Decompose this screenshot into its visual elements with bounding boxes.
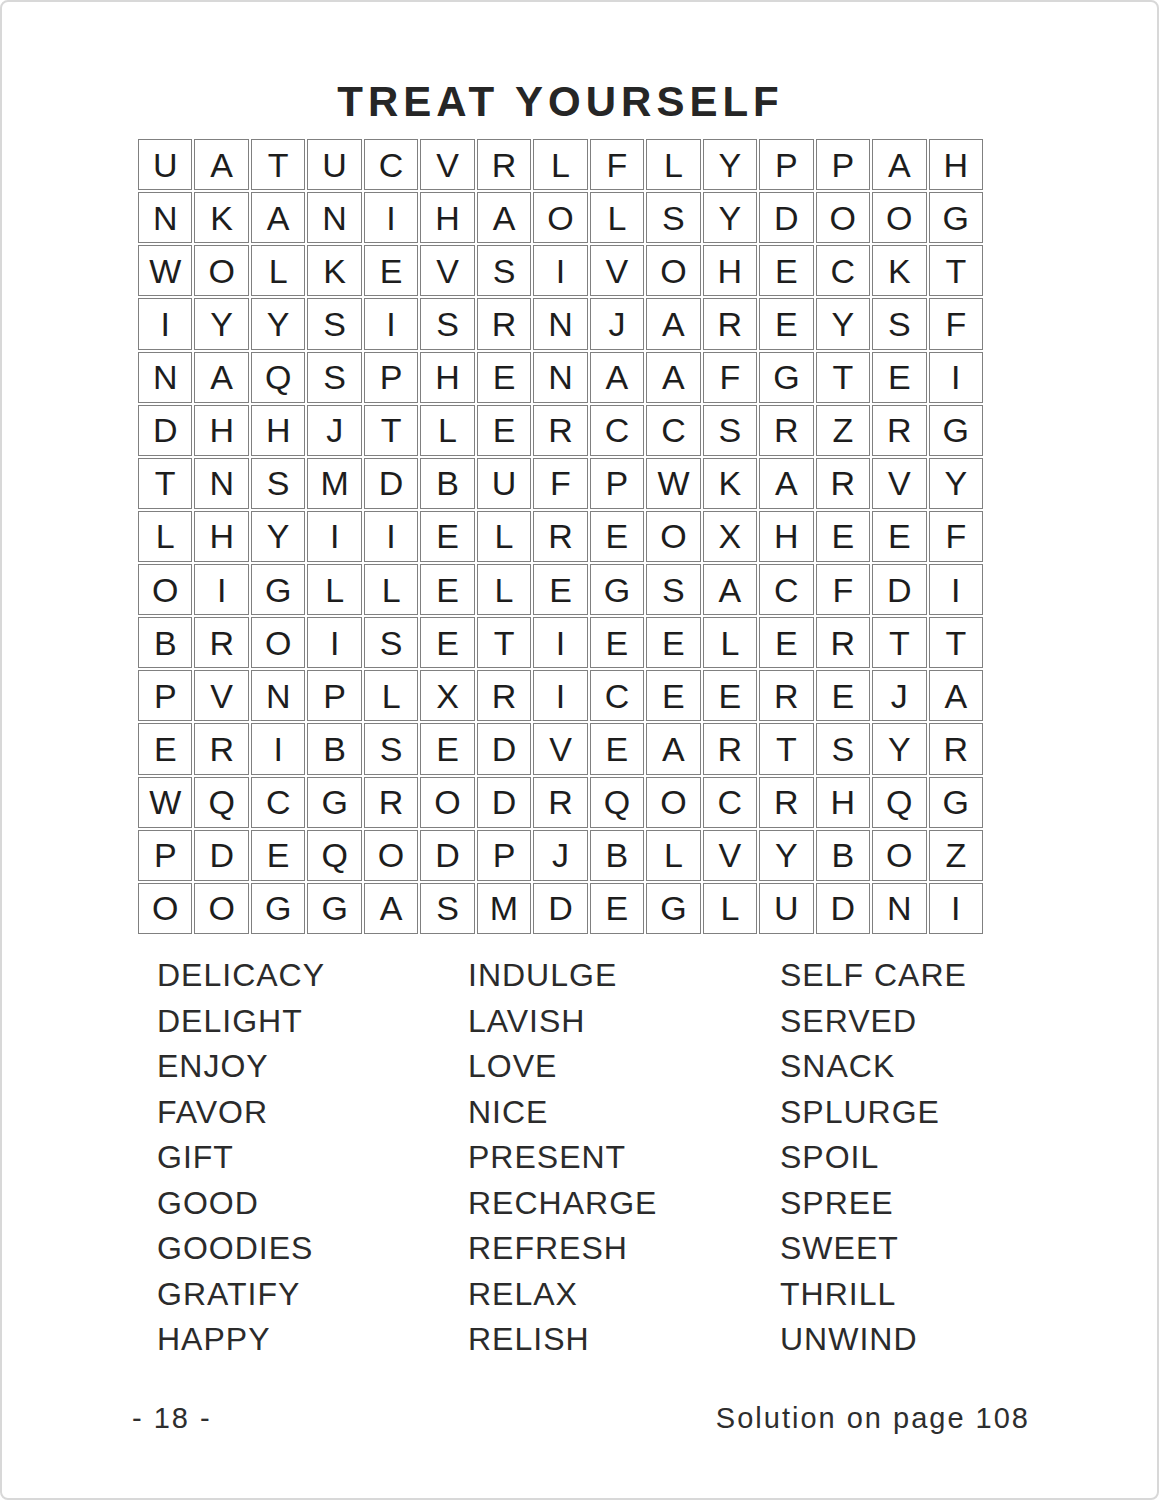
grid-cell-r2c5[interactable]: I <box>364 192 418 243</box>
grid-cell-r11c10[interactable]: E <box>646 670 700 721</box>
grid-cell-r3c9[interactable]: V <box>590 245 644 296</box>
grid-cell-r5c8[interactable]: N <box>533 352 587 403</box>
grid-cell-r6c14[interactable]: R <box>872 405 926 456</box>
grid-cell-r7c2[interactable]: N <box>194 458 248 509</box>
grid-cell-r9c13[interactable]: F <box>816 564 870 615</box>
grid-cell-r5c3[interactable]: Q <box>251 352 305 403</box>
grid-cell-r8c6[interactable]: E <box>420 511 474 562</box>
grid-cell-r13c13[interactable]: H <box>816 777 870 828</box>
word-item: DELICACY <box>157 953 325 999</box>
word-list-column-1: DELICACYDELIGHTENJOYFAVORGIFTGOODGOODIES… <box>157 953 325 1363</box>
grid-cell-r9c12[interactable]: C <box>759 564 813 615</box>
grid-cell-r10c8[interactable]: I <box>533 617 587 668</box>
grid-cell-r14c5[interactable]: O <box>364 830 418 881</box>
grid-cell-r1c10[interactable]: L <box>646 139 700 190</box>
grid-cell-r8c9[interactable]: E <box>590 511 644 562</box>
grid-cell-r4c8[interactable]: N <box>533 298 587 349</box>
grid-cell-r7c9[interactable]: P <box>590 458 644 509</box>
word-list-column-3: SELF CARESERVEDSNACKSPLURGESPOILSPREESWE… <box>780 953 967 1363</box>
grid-cell-r12c15[interactable]: R <box>929 723 983 774</box>
grid-cell-r14c2[interactable]: D <box>194 830 248 881</box>
grid-cell-r12c5[interactable]: S <box>364 723 418 774</box>
grid-cell-r4c12[interactable]: E <box>759 298 813 349</box>
grid-cell-r2c15[interactable]: G <box>929 192 983 243</box>
grid-cell-r12c1[interactable]: E <box>138 723 192 774</box>
grid-cell-r9c9[interactable]: G <box>590 564 644 615</box>
grid-cell-r1c13[interactable]: P <box>816 139 870 190</box>
grid-cell-r4c9[interactable]: J <box>590 298 644 349</box>
grid-cell-r7c6[interactable]: B <box>420 458 474 509</box>
grid-cell-r10c10[interactable]: E <box>646 617 700 668</box>
grid-cell-r2c1[interactable]: N <box>138 192 192 243</box>
grid-cell-r5c11[interactable]: F <box>703 352 757 403</box>
grid-cell-r4c15[interactable]: F <box>929 298 983 349</box>
grid-cell-r1c15[interactable]: H <box>929 139 983 190</box>
grid-cell-r5c4[interactable]: S <box>307 352 361 403</box>
word-item: LAVISH <box>468 999 657 1045</box>
solution-note: Solution on page 108 <box>716 1402 1030 1435</box>
grid-cell-r6c5[interactable]: T <box>364 405 418 456</box>
grid-cell-r12c3[interactable]: I <box>251 723 305 774</box>
grid-cell-r4c11[interactable]: R <box>703 298 757 349</box>
grid-cell-r7c11[interactable]: K <box>703 458 757 509</box>
grid-cell-r10c5[interactable]: S <box>364 617 418 668</box>
grid-cell-r14c6[interactable]: D <box>420 830 474 881</box>
word-item: SNACK <box>780 1044 967 1090</box>
grid-cell-r3c4[interactable]: K <box>307 245 361 296</box>
grid-cell-r11c4[interactable]: P <box>307 670 361 721</box>
grid-cell-r11c7[interactable]: R <box>477 670 531 721</box>
grid-cell-r1c11[interactable]: Y <box>703 139 757 190</box>
word-item: SERVED <box>780 999 967 1045</box>
grid-cell-r7c1[interactable]: T <box>138 458 192 509</box>
word-item: NICE <box>468 1090 657 1136</box>
grid-cell-r8c8[interactable]: R <box>533 511 587 562</box>
grid-cell-r2c6[interactable]: H <box>420 192 474 243</box>
grid-cell-r4c7[interactable]: R <box>477 298 531 349</box>
grid-cell-r13c10[interactable]: O <box>646 777 700 828</box>
grid-cell-r8c13[interactable]: E <box>816 511 870 562</box>
word-item: GOOD <box>157 1181 325 1227</box>
grid-cell-r14c11[interactable]: V <box>703 830 757 881</box>
grid-cell-r9c2[interactable]: I <box>194 564 248 615</box>
grid-cell-r1c14[interactable]: A <box>872 139 926 190</box>
grid-cell-r9c1[interactable]: O <box>138 564 192 615</box>
grid-cell-r15c10[interactable]: G <box>646 883 700 934</box>
grid-cell-r12c11[interactable]: R <box>703 723 757 774</box>
grid-cell-r12c8[interactable]: V <box>533 723 587 774</box>
grid-cell-r15c13[interactable]: D <box>816 883 870 934</box>
grid-cell-r2c2[interactable]: K <box>194 192 248 243</box>
grid-cell-r7c14[interactable]: V <box>872 458 926 509</box>
grid-cell-r13c8[interactable]: R <box>533 777 587 828</box>
word-item: LOVE <box>468 1044 657 1090</box>
word-item: UNWIND <box>780 1317 967 1363</box>
grid-cell-r11c15[interactable]: A <box>929 670 983 721</box>
grid-cell-r12c7[interactable]: D <box>477 723 531 774</box>
grid-cell-r5c1[interactable]: N <box>138 352 192 403</box>
grid-cell-r15c15[interactable]: I <box>929 883 983 934</box>
grid-cell-r1c2[interactable]: A <box>194 139 248 190</box>
grid-cell-r3c6[interactable]: V <box>420 245 474 296</box>
grid-cell-r5c5[interactable]: P <box>364 352 418 403</box>
grid-cell-r11c12[interactable]: R <box>759 670 813 721</box>
grid-cell-r6c15[interactable]: G <box>929 405 983 456</box>
grid-cell-r9c5[interactable]: L <box>364 564 418 615</box>
grid-cell-r10c9[interactable]: E <box>590 617 644 668</box>
grid-cell-r10c2[interactable]: R <box>194 617 248 668</box>
grid-cell-r1c5[interactable]: C <box>364 139 418 190</box>
grid-cell-r6c3[interactable]: H <box>251 405 305 456</box>
grid-cell-r3c10[interactable]: O <box>646 245 700 296</box>
grid-cell-r5c9[interactable]: A <box>590 352 644 403</box>
grid-cell-r14c12[interactable]: Y <box>759 830 813 881</box>
grid-cell-r10c14[interactable]: T <box>872 617 926 668</box>
grid-cell-r11c5[interactable]: L <box>364 670 418 721</box>
grid-cell-r3c8[interactable]: I <box>533 245 587 296</box>
grid-cell-r12c6[interactable]: E <box>420 723 474 774</box>
grid-cell-r14c15[interactable]: Z <box>929 830 983 881</box>
grid-cell-r10c4[interactable]: I <box>307 617 361 668</box>
page-footer: - 18 - Solution on page 108 <box>2 1402 1157 1435</box>
grid-cell-r2c13[interactable]: O <box>816 192 870 243</box>
word-item: GOODIES <box>157 1226 325 1272</box>
grid-cell-r4c14[interactable]: S <box>872 298 926 349</box>
grid-cell-r8c7[interactable]: L <box>477 511 531 562</box>
grid-cell-r14c14[interactable]: O <box>872 830 926 881</box>
grid-cell-r15c2[interactable]: O <box>194 883 248 934</box>
grid-cell-r6c10[interactable]: C <box>646 405 700 456</box>
grid-cell-r13c3[interactable]: C <box>251 777 305 828</box>
word-list-column-2: INDULGELAVISHLOVENICEPRESENTRECHARGEREFR… <box>468 953 657 1363</box>
grid-cell-r6c1[interactable]: D <box>138 405 192 456</box>
grid-cell-r12c13[interactable]: S <box>816 723 870 774</box>
word-item: FAVOR <box>157 1090 325 1136</box>
grid-cell-r14c3[interactable]: E <box>251 830 305 881</box>
grid-cell-r4c6[interactable]: S <box>420 298 474 349</box>
grid-cell-r7c4[interactable]: M <box>307 458 361 509</box>
grid-cell-r10c1[interactable]: B <box>138 617 192 668</box>
grid-cell-r15c9[interactable]: E <box>590 883 644 934</box>
grid-cell-r14c7[interactable]: P <box>477 830 531 881</box>
grid-cell-r4c4[interactable]: S <box>307 298 361 349</box>
grid-cell-r10c13[interactable]: R <box>816 617 870 668</box>
grid-cell-r5c15[interactable]: I <box>929 352 983 403</box>
grid-cell-r8c11[interactable]: X <box>703 511 757 562</box>
grid-cell-r9c15[interactable]: I <box>929 564 983 615</box>
grid-cell-r7c12[interactable]: A <box>759 458 813 509</box>
grid-cell-r3c13[interactable]: C <box>816 245 870 296</box>
word-item: RELAX <box>468 1272 657 1318</box>
grid-cell-r10c15[interactable]: T <box>929 617 983 668</box>
grid-cell-r5c13[interactable]: T <box>816 352 870 403</box>
grid-cell-r14c13[interactable]: B <box>816 830 870 881</box>
grid-cell-r7c8[interactable]: F <box>533 458 587 509</box>
grid-cell-r6c4[interactable]: J <box>307 405 361 456</box>
grid-cell-r1c3[interactable]: T <box>251 139 305 190</box>
grid-cell-r15c5[interactable]: A <box>364 883 418 934</box>
grid-cell-r8c5[interactable]: I <box>364 511 418 562</box>
word-item: SWEET <box>780 1226 967 1272</box>
grid-cell-r5c14[interactable]: E <box>872 352 926 403</box>
grid-cell-r6c12[interactable]: R <box>759 405 813 456</box>
grid-cell-r11c14[interactable]: J <box>872 670 926 721</box>
grid-cell-r15c11[interactable]: L <box>703 883 757 934</box>
grid-cell-r15c8[interactable]: D <box>533 883 587 934</box>
word-item: SPOIL <box>780 1135 967 1181</box>
grid-cell-r9c8[interactable]: E <box>533 564 587 615</box>
grid-cell-r13c2[interactable]: Q <box>194 777 248 828</box>
word-search-grid: UATUCVRLFLYPPAHNKANIHAOLSYDOOGWOLKEVSIVO… <box>138 139 983 934</box>
grid-cell-r2c9[interactable]: L <box>590 192 644 243</box>
grid-cell-r3c14[interactable]: K <box>872 245 926 296</box>
grid-cell-r8c4[interactable]: I <box>307 511 361 562</box>
grid-cell-r7c13[interactable]: R <box>816 458 870 509</box>
grid-cell-r10c3[interactable]: O <box>251 617 305 668</box>
grid-cell-r9c10[interactable]: S <box>646 564 700 615</box>
grid-cell-r15c12[interactable]: U <box>759 883 813 934</box>
grid-cell-r9c11[interactable]: A <box>703 564 757 615</box>
grid-cell-r15c6[interactable]: S <box>420 883 474 934</box>
grid-cell-r12c12[interactable]: T <box>759 723 813 774</box>
grid-cell-r13c9[interactable]: Q <box>590 777 644 828</box>
grid-cell-r14c1[interactable]: P <box>138 830 192 881</box>
grid-cell-r1c8[interactable]: L <box>533 139 587 190</box>
grid-cell-r9c4[interactable]: L <box>307 564 361 615</box>
word-item: PRESENT <box>468 1135 657 1181</box>
grid-cell-r11c11[interactable]: E <box>703 670 757 721</box>
grid-cell-r1c9[interactable]: F <box>590 139 644 190</box>
grid-cell-r1c1[interactable]: U <box>138 139 192 190</box>
grid-cell-r8c15[interactable]: F <box>929 511 983 562</box>
page-number: - 18 - <box>132 1402 212 1435</box>
grid-cell-r1c12[interactable]: P <box>759 139 813 190</box>
grid-cell-r13c11[interactable]: C <box>703 777 757 828</box>
word-item: INDULGE <box>468 953 657 999</box>
word-item: HAPPY <box>157 1317 325 1363</box>
grid-cell-r11c2[interactable]: V <box>194 670 248 721</box>
grid-cell-r2c7[interactable]: A <box>477 192 531 243</box>
grid-cell-r2c12[interactable]: D <box>759 192 813 243</box>
grid-cell-r13c4[interactable]: G <box>307 777 361 828</box>
grid-cell-r8c2[interactable]: H <box>194 511 248 562</box>
grid-cell-r4c2[interactable]: Y <box>194 298 248 349</box>
grid-cell-r7c7[interactable]: U <box>477 458 531 509</box>
grid-cell-r15c3[interactable]: G <box>251 883 305 934</box>
word-item: REFRESH <box>468 1226 657 1272</box>
grid-cell-r10c7[interactable]: T <box>477 617 531 668</box>
grid-cell-r7c5[interactable]: D <box>364 458 418 509</box>
word-item: THRILL <box>780 1272 967 1318</box>
grid-cell-r10c11[interactable]: L <box>703 617 757 668</box>
grid-cell-r9c14[interactable]: D <box>872 564 926 615</box>
grid-cell-r5c6[interactable]: H <box>420 352 474 403</box>
grid-cell-r6c13[interactable]: Z <box>816 405 870 456</box>
grid-cell-r11c13[interactable]: E <box>816 670 870 721</box>
grid-cell-r13c15[interactable]: G <box>929 777 983 828</box>
grid-cell-r8c12[interactable]: H <box>759 511 813 562</box>
word-item: DELIGHT <box>157 999 325 1045</box>
grid-cell-r3c1[interactable]: W <box>138 245 192 296</box>
grid-cell-r14c9[interactable]: B <box>590 830 644 881</box>
grid-cell-r15c14[interactable]: N <box>872 883 926 934</box>
grid-cell-r2c3[interactable]: A <box>251 192 305 243</box>
grid-cell-r6c11[interactable]: S <box>703 405 757 456</box>
grid-cell-r1c4[interactable]: U <box>307 139 361 190</box>
grid-cell-r6c8[interactable]: R <box>533 405 587 456</box>
grid-cell-r2c10[interactable]: S <box>646 192 700 243</box>
word-item: GRATIFY <box>157 1272 325 1318</box>
grid-cell-r4c1[interactable]: I <box>138 298 192 349</box>
grid-cell-r10c12[interactable]: E <box>759 617 813 668</box>
grid-cell-r14c4[interactable]: Q <box>307 830 361 881</box>
grid-cell-r13c1[interactable]: W <box>138 777 192 828</box>
grid-cell-r5c12[interactable]: G <box>759 352 813 403</box>
grid-cell-r8c10[interactable]: O <box>646 511 700 562</box>
grid-cell-r11c8[interactable]: I <box>533 670 587 721</box>
grid-cell-r11c3[interactable]: N <box>251 670 305 721</box>
grid-cell-r3c15[interactable]: T <box>929 245 983 296</box>
grid-cell-r5c7[interactable]: E <box>477 352 531 403</box>
grid-cell-r14c8[interactable]: J <box>533 830 587 881</box>
grid-cell-r2c4[interactable]: N <box>307 192 361 243</box>
grid-cell-r7c15[interactable]: Y <box>929 458 983 509</box>
puzzle-page: TREAT YOURSELF UATUCVRLFLYPPAHNKANIHAOLS… <box>0 0 1159 1500</box>
grid-cell-r13c5[interactable]: R <box>364 777 418 828</box>
grid-cell-r7c10[interactable]: W <box>646 458 700 509</box>
grid-cell-r5c2[interactable]: A <box>194 352 248 403</box>
grid-cell-r13c12[interactable]: R <box>759 777 813 828</box>
grid-cell-r8c1[interactable]: L <box>138 511 192 562</box>
word-item: RELISH <box>468 1317 657 1363</box>
grid-cell-r14c10[interactable]: L <box>646 830 700 881</box>
grid-cell-r3c7[interactable]: S <box>477 245 531 296</box>
grid-cell-r12c10[interactable]: A <box>646 723 700 774</box>
grid-cell-r4c13[interactable]: Y <box>816 298 870 349</box>
word-item: GIFT <box>157 1135 325 1181</box>
grid-cell-r6c9[interactable]: C <box>590 405 644 456</box>
word-item: SPLURGE <box>780 1090 967 1136</box>
word-item: ENJOY <box>157 1044 325 1090</box>
grid-cell-r4c10[interactable]: A <box>646 298 700 349</box>
grid-cell-r9c3[interactable]: G <box>251 564 305 615</box>
grid-cell-r12c14[interactable]: Y <box>872 723 926 774</box>
grid-cell-r4c3[interactable]: Y <box>251 298 305 349</box>
grid-cell-r8c3[interactable]: Y <box>251 511 305 562</box>
grid-cell-r12c9[interactable]: E <box>590 723 644 774</box>
grid-cell-r1c6[interactable]: V <box>420 139 474 190</box>
word-item: SELF CARE <box>780 953 967 999</box>
grid-cell-r15c4[interactable]: G <box>307 883 361 934</box>
grid-cell-r4c5[interactable]: I <box>364 298 418 349</box>
word-item: RECHARGE <box>468 1181 657 1227</box>
grid-cell-r3c5[interactable]: E <box>364 245 418 296</box>
grid-cell-r3c3[interactable]: L <box>251 245 305 296</box>
page-title: TREAT YOURSELF <box>138 78 983 126</box>
grid-cell-r11c6[interactable]: X <box>420 670 474 721</box>
grid-cell-r13c7[interactable]: D <box>477 777 531 828</box>
grid-cell-r2c8[interactable]: O <box>533 192 587 243</box>
grid-cell-r15c1[interactable]: O <box>138 883 192 934</box>
grid-cell-r12c2[interactable]: R <box>194 723 248 774</box>
grid-cell-r3c12[interactable]: E <box>759 245 813 296</box>
grid-cell-r9c7[interactable]: L <box>477 564 531 615</box>
grid-cell-r11c9[interactable]: C <box>590 670 644 721</box>
grid-cell-r12c4[interactable]: B <box>307 723 361 774</box>
grid-cell-r11c1[interactable]: P <box>138 670 192 721</box>
grid-cell-r3c11[interactable]: H <box>703 245 757 296</box>
grid-cell-r2c11[interactable]: Y <box>703 192 757 243</box>
grid-cell-r3c2[interactable]: O <box>194 245 248 296</box>
grid-cell-r13c6[interactable]: O <box>420 777 474 828</box>
grid-cell-r6c7[interactable]: E <box>477 405 531 456</box>
grid-cell-r1c7[interactable]: R <box>477 139 531 190</box>
grid-cell-r6c6[interactable]: L <box>420 405 474 456</box>
grid-cell-r10c6[interactable]: E <box>420 617 474 668</box>
grid-cell-r6c2[interactable]: H <box>194 405 248 456</box>
word-item: SPREE <box>780 1181 967 1227</box>
grid-cell-r7c3[interactable]: S <box>251 458 305 509</box>
grid-cell-r15c7[interactable]: M <box>477 883 531 934</box>
grid-cell-r8c14[interactable]: E <box>872 511 926 562</box>
grid-cell-r2c14[interactable]: O <box>872 192 926 243</box>
grid-cell-r13c14[interactable]: Q <box>872 777 926 828</box>
grid-cell-r9c6[interactable]: E <box>420 564 474 615</box>
grid-cell-r5c10[interactable]: A <box>646 352 700 403</box>
